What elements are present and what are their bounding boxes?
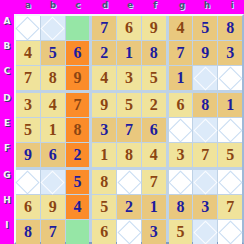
cell-Cc[interactable]: 9 xyxy=(66,66,90,90)
cell-Hi[interactable]: 7 xyxy=(218,195,242,219)
cell-digit: 2 xyxy=(100,44,108,62)
cell-digit: 6 xyxy=(100,223,108,241)
cell-digit: 5 xyxy=(177,223,185,241)
empty-cell-diamond-icon xyxy=(218,118,242,142)
cell-digit: 9 xyxy=(150,19,158,37)
empty-cell-diamond-icon xyxy=(41,16,65,40)
cell-De[interactable]: 5 xyxy=(117,93,141,117)
cell-digit: 7 xyxy=(150,173,158,191)
column-label-e: e xyxy=(118,0,142,14)
cell-Bd[interactable]: 2 xyxy=(92,41,116,65)
empty-cell-diamond-icon xyxy=(193,220,217,244)
cell-Hc[interactable]: 4 xyxy=(66,195,90,219)
cell-digit: 4 xyxy=(150,146,158,164)
cell-Fb[interactable]: 6 xyxy=(41,143,65,167)
cell-digit: 5 xyxy=(49,44,57,62)
cell-Gh[interactable] xyxy=(193,170,217,194)
board-row-E: 518376 xyxy=(16,118,242,142)
column-labels: abcdefghi xyxy=(14,0,244,14)
cell-Hd[interactable]: 5 xyxy=(92,195,116,219)
cell-Id[interactable]: 6 xyxy=(92,220,116,244)
cell-digit: 5 xyxy=(24,121,32,139)
cell-Ic[interactable] xyxy=(66,220,90,244)
cell-digit: 6 xyxy=(125,19,133,37)
cell-digit: 9 xyxy=(100,96,108,114)
cell-digit: 3 xyxy=(125,69,133,87)
cell-digit: 7 xyxy=(100,19,108,37)
cell-Gi[interactable] xyxy=(218,170,242,194)
cell-digit: 9 xyxy=(73,69,81,87)
column-label-f: f xyxy=(143,0,167,14)
board-row-G: 587 xyxy=(16,170,242,194)
empty-cell-diamond-icon xyxy=(16,16,40,40)
cell-Ef[interactable]: 6 xyxy=(142,118,166,142)
cell-Gb[interactable] xyxy=(41,170,65,194)
cell-Ia[interactable]: 8 xyxy=(16,220,40,244)
cell-digit: 6 xyxy=(24,198,32,216)
sudoku-board: 7694584562187937894351347952681518376962… xyxy=(14,14,244,244)
cell-digit: 8 xyxy=(150,44,158,62)
cell-Bc[interactable]: 6 xyxy=(66,41,90,65)
board-row-C: 7894351 xyxy=(16,66,242,90)
cell-digit: 3 xyxy=(100,121,108,139)
cell-Da[interactable]: 3 xyxy=(16,93,40,117)
empty-cell-diamond-icon xyxy=(193,118,217,142)
cell-digit: 9 xyxy=(201,44,209,62)
cell-He[interactable]: 2 xyxy=(117,195,141,219)
cell-Bh[interactable]: 9 xyxy=(193,41,217,65)
cell-Di[interactable]: 1 xyxy=(218,93,242,117)
empty-cell-diamond-icon xyxy=(169,170,193,194)
cell-Cb[interactable]: 8 xyxy=(41,66,65,90)
board-row-A: 769458 xyxy=(16,16,242,40)
cell-digit: 7 xyxy=(73,96,81,114)
cell-digit: 7 xyxy=(24,69,32,87)
cell-Gg[interactable] xyxy=(169,170,193,194)
cell-Ce[interactable]: 3 xyxy=(117,66,141,90)
row-labels: ABCDEFGHI xyxy=(0,14,14,244)
cell-digit: 8 xyxy=(73,121,81,139)
cell-digit: 6 xyxy=(49,146,57,164)
cell-Cd[interactable]: 4 xyxy=(92,66,116,90)
board-row-H: 694521837 xyxy=(16,195,242,219)
cell-Bb[interactable]: 5 xyxy=(41,41,65,65)
cell-Hb[interactable]: 9 xyxy=(41,195,65,219)
board-row-I: 87635 xyxy=(16,220,242,244)
empty-cell-diamond-icon xyxy=(169,118,193,142)
cell-Fi[interactable]: 5 xyxy=(218,143,242,167)
empty-cell-diamond-icon xyxy=(218,66,242,90)
cell-digit: 8 xyxy=(24,223,32,241)
cell-digit: 7 xyxy=(201,146,209,164)
empty-cell-diamond-icon xyxy=(117,220,141,244)
cell-digit: 5 xyxy=(100,198,108,216)
cell-digit: 8 xyxy=(177,198,185,216)
cell-digit: 8 xyxy=(100,173,108,191)
cell-Ed[interactable]: 3 xyxy=(92,118,116,142)
cell-digit: 3 xyxy=(177,146,185,164)
cell-Ig[interactable]: 5 xyxy=(169,220,193,244)
cell-digit: 4 xyxy=(100,69,108,87)
cell-If[interactable]: 3 xyxy=(142,220,166,244)
cell-Ad[interactable]: 7 xyxy=(92,16,116,40)
cell-Gc[interactable]: 5 xyxy=(66,170,90,194)
cell-Ii[interactable] xyxy=(218,220,242,244)
cell-Ah[interactable]: 5 xyxy=(193,16,217,40)
cell-digit: 7 xyxy=(226,198,234,216)
empty-cell-diamond-icon xyxy=(193,66,217,90)
cell-Ae[interactable]: 6 xyxy=(117,16,141,40)
cell-digit: 1 xyxy=(49,121,57,139)
cell-Ff[interactable]: 4 xyxy=(142,143,166,167)
cell-Hf[interactable]: 1 xyxy=(142,195,166,219)
cell-Cf[interactable]: 5 xyxy=(142,66,166,90)
empty-cell-diamond-icon xyxy=(193,170,217,194)
cell-Dd[interactable]: 9 xyxy=(92,93,116,117)
cell-Ie[interactable] xyxy=(117,220,141,244)
row-label-G: G xyxy=(0,170,14,194)
cell-Hh[interactable]: 3 xyxy=(193,195,217,219)
cell-Dh[interactable]: 8 xyxy=(193,93,217,117)
empty-cell-diamond-icon xyxy=(117,170,141,194)
cell-digit: 7 xyxy=(125,121,133,139)
cell-digit: 2 xyxy=(125,198,133,216)
row-label-I: I xyxy=(0,220,14,244)
cell-Eg[interactable] xyxy=(169,118,193,142)
cell-digit: 1 xyxy=(125,44,133,62)
cell-digit: 7 xyxy=(177,44,185,62)
cell-digit: 4 xyxy=(49,96,57,114)
cell-Hg[interactable]: 8 xyxy=(169,195,193,219)
cell-Ac[interactable] xyxy=(66,16,90,40)
cell-digit: 3 xyxy=(201,198,209,216)
cell-Ca[interactable]: 7 xyxy=(16,66,40,90)
cell-digit: 3 xyxy=(24,96,32,114)
cell-digit: 5 xyxy=(73,173,81,191)
cell-Ci[interactable] xyxy=(218,66,242,90)
cell-Db[interactable]: 4 xyxy=(41,93,65,117)
row-label-A: A xyxy=(0,16,14,40)
column-label-i: i xyxy=(220,0,244,14)
cell-digit: 3 xyxy=(150,223,158,241)
column-label-a: a xyxy=(16,0,40,14)
cell-Fd[interactable]: 1 xyxy=(92,143,116,167)
cell-digit: 8 xyxy=(49,69,57,87)
cell-Aa[interactable] xyxy=(16,16,40,40)
empty-cell-diamond-icon xyxy=(16,170,40,194)
cell-Bg[interactable]: 7 xyxy=(169,41,193,65)
cell-digit: 1 xyxy=(177,69,185,87)
cell-Gd[interactable]: 8 xyxy=(92,170,116,194)
cell-digit: 9 xyxy=(49,198,57,216)
empty-cell-diamond-icon xyxy=(41,170,65,194)
cell-digit: 5 xyxy=(226,146,234,164)
column-label-b: b xyxy=(41,0,65,14)
cell-digit: 7 xyxy=(49,223,57,241)
cell-digit: 6 xyxy=(150,121,158,139)
cell-digit: 4 xyxy=(73,198,81,216)
row-label-C: C xyxy=(0,66,14,90)
cell-digit: 9 xyxy=(24,146,32,164)
cell-Ch[interactable] xyxy=(193,66,217,90)
cell-Eb[interactable]: 1 xyxy=(41,118,65,142)
cell-digit: 6 xyxy=(73,44,81,62)
row-label-E: E xyxy=(0,118,14,142)
row-label-F: F xyxy=(0,143,14,167)
cell-Ab[interactable] xyxy=(41,16,65,40)
cell-Ba[interactable]: 4 xyxy=(16,41,40,65)
cell-Df[interactable]: 2 xyxy=(142,93,166,117)
cell-Ee[interactable]: 7 xyxy=(117,118,141,142)
cell-Dc[interactable]: 7 xyxy=(66,93,90,117)
row-label-D: D xyxy=(0,93,14,117)
cell-Bi[interactable]: 3 xyxy=(218,41,242,65)
row-label-H: H xyxy=(0,195,14,219)
cell-digit: 5 xyxy=(201,19,209,37)
cell-Ha[interactable]: 6 xyxy=(16,195,40,219)
board-row-F: 962184375 xyxy=(16,143,242,167)
cell-Dg[interactable]: 6 xyxy=(169,93,193,117)
cell-digit: 8 xyxy=(125,146,133,164)
cell-Ib[interactable]: 7 xyxy=(41,220,65,244)
cell-Ih[interactable] xyxy=(193,220,217,244)
board-row-B: 456218793 xyxy=(16,41,242,65)
cell-Fh[interactable]: 7 xyxy=(193,143,217,167)
cell-digit: 4 xyxy=(177,19,185,37)
cell-digit: 8 xyxy=(201,96,209,114)
cell-digit: 6 xyxy=(177,96,185,114)
cell-digit: 8 xyxy=(226,19,234,37)
cell-digit: 5 xyxy=(125,96,133,114)
cell-Ai[interactable]: 8 xyxy=(218,16,242,40)
cell-digit: 3 xyxy=(226,44,234,62)
cell-Fa[interactable]: 9 xyxy=(16,143,40,167)
board-row-D: 347952681 xyxy=(16,93,242,117)
cell-Fe[interactable]: 8 xyxy=(117,143,141,167)
cell-Ag[interactable]: 4 xyxy=(169,16,193,40)
cell-Fg[interactable]: 3 xyxy=(169,143,193,167)
column-label-c: c xyxy=(66,0,90,14)
cell-Be[interactable]: 1 xyxy=(117,41,141,65)
cell-Ga[interactable] xyxy=(16,170,40,194)
column-label-h: h xyxy=(195,0,219,14)
cell-Ea[interactable]: 5 xyxy=(16,118,40,142)
cell-digit: 2 xyxy=(73,146,81,164)
cell-digit: 2 xyxy=(150,96,158,114)
cell-Ei[interactable] xyxy=(218,118,242,142)
cell-digit: 5 xyxy=(150,69,158,87)
cell-digit: 1 xyxy=(150,198,158,216)
cell-Ec[interactable]: 8 xyxy=(66,118,90,142)
cell-Eh[interactable] xyxy=(193,118,217,142)
cell-Gf[interactable]: 7 xyxy=(142,170,166,194)
cell-Fc[interactable]: 2 xyxy=(66,143,90,167)
cell-digit: 4 xyxy=(24,44,32,62)
cell-Ge[interactable] xyxy=(117,170,141,194)
cell-Cg[interactable]: 1 xyxy=(169,66,193,90)
cell-Bf[interactable]: 8 xyxy=(142,41,166,65)
cell-digit: 1 xyxy=(226,96,234,114)
cell-Af[interactable]: 9 xyxy=(142,16,166,40)
cell-digit: 1 xyxy=(100,146,108,164)
empty-cell-diamond-icon xyxy=(218,220,242,244)
empty-cell-diamond-icon xyxy=(218,170,242,194)
row-label-B: B xyxy=(0,41,14,65)
column-label-g: g xyxy=(170,0,194,14)
column-label-d: d xyxy=(93,0,117,14)
